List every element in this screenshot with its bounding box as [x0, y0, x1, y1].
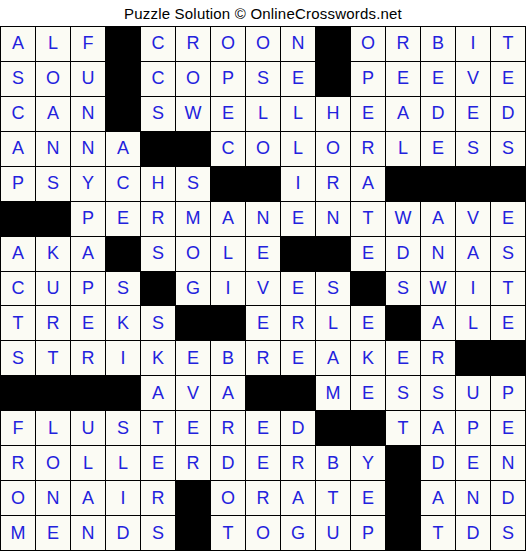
block-cell	[386, 481, 420, 515]
grid-cell: N	[71, 516, 105, 550]
grid-cell: A	[211, 376, 245, 410]
grid-cell: S	[1, 341, 35, 375]
grid-cell: A	[421, 202, 455, 236]
block-cell	[176, 481, 210, 515]
grid-cell: K	[36, 237, 70, 271]
grid-cell: T	[491, 272, 525, 306]
grid-cell: L	[281, 97, 315, 131]
grid-cell: E	[386, 62, 420, 96]
grid-cell: E	[176, 411, 210, 445]
grid-cell: E	[176, 341, 210, 375]
grid-cell: K	[351, 341, 385, 375]
grid-cell: U	[71, 62, 105, 96]
grid-cell: A	[386, 97, 420, 131]
grid-cell: D	[456, 516, 490, 550]
grid-cell: H	[316, 97, 350, 131]
grid-cell: L	[106, 446, 140, 480]
grid-cell: I	[106, 341, 140, 375]
grid-cell: N	[421, 237, 455, 271]
grid-cell: E	[281, 272, 315, 306]
grid-cell: E	[421, 132, 455, 166]
grid-cell: R	[386, 27, 420, 61]
grid-cell: O	[176, 62, 210, 96]
grid-cell: Y	[71, 167, 105, 201]
grid-cell: L	[386, 132, 420, 166]
grid-cell: N	[456, 481, 490, 515]
grid-cell: D	[386, 237, 420, 271]
grid-cell: R	[421, 341, 455, 375]
grid-cell: E	[281, 62, 315, 96]
grid-cell: S	[106, 272, 140, 306]
grid-cell: E	[351, 376, 385, 410]
block-cell	[106, 27, 140, 61]
grid-cell: K	[141, 341, 175, 375]
grid-cell: A	[281, 481, 315, 515]
grid-cell: V	[456, 202, 490, 236]
grid-cell: G	[176, 272, 210, 306]
grid-cell: R	[316, 167, 350, 201]
grid-cell: R	[141, 481, 175, 515]
grid-cell: O	[176, 237, 210, 271]
grid-cell: S	[421, 376, 455, 410]
grid-cell: S	[386, 272, 420, 306]
grid-cell: T	[316, 481, 350, 515]
grid-cell: S	[1, 62, 35, 96]
grid-cell: O	[211, 27, 245, 61]
grid-cell: E	[386, 341, 420, 375]
grid-cell: E	[351, 97, 385, 131]
grid-cell: L	[36, 27, 70, 61]
block-cell	[386, 167, 420, 201]
grid-cell: M	[316, 376, 350, 410]
grid-cell: E	[351, 237, 385, 271]
block-cell	[386, 446, 420, 480]
grid-cell: T	[491, 27, 525, 61]
block-cell	[141, 132, 175, 166]
block-cell	[176, 306, 210, 340]
grid-cell: W	[421, 272, 455, 306]
grid-cell: R	[176, 446, 210, 480]
grid-cell: A	[351, 167, 385, 201]
grid-cell: N	[36, 132, 70, 166]
grid-cell: I	[281, 167, 315, 201]
grid-cell: E	[351, 306, 385, 340]
grid-cell: T	[421, 516, 455, 550]
grid-cell: W	[386, 202, 420, 236]
grid-cell: W	[176, 97, 210, 131]
block-cell	[281, 376, 315, 410]
block-cell	[211, 306, 245, 340]
block-cell	[246, 376, 280, 410]
grid-cell: R	[246, 341, 280, 375]
grid-cell: O	[211, 481, 245, 515]
grid-cell: A	[71, 481, 105, 515]
grid-cell: L	[36, 411, 70, 445]
grid-cell: R	[1, 446, 35, 480]
grid-cell: C	[1, 97, 35, 131]
grid-cell: N	[281, 27, 315, 61]
block-cell	[36, 202, 70, 236]
grid-cell: R	[176, 27, 210, 61]
block-cell	[1, 376, 35, 410]
grid-cell: D	[421, 97, 455, 131]
grid-cell: B	[316, 446, 350, 480]
grid-cell: I	[456, 27, 490, 61]
grid-cell: L	[246, 97, 280, 131]
block-cell	[106, 376, 140, 410]
grid-cell: O	[36, 62, 70, 96]
grid-cell: P	[351, 516, 385, 550]
block-cell	[36, 376, 70, 410]
grid-cell: E	[491, 62, 525, 96]
grid-cell: E	[71, 306, 105, 340]
grid-cell: N	[71, 132, 105, 166]
grid-cell: I	[106, 481, 140, 515]
grid-cell: L	[316, 306, 350, 340]
grid-cell: S	[491, 516, 525, 550]
grid-cell: K	[106, 306, 140, 340]
block-cell	[316, 27, 350, 61]
page-title: Puzzle Solution © OnlineCrosswords.net	[0, 0, 526, 26]
block-cell	[491, 167, 525, 201]
grid-cell: C	[1, 272, 35, 306]
grid-cell: L	[281, 132, 315, 166]
grid-cell: T	[211, 516, 245, 550]
grid-cell: T	[141, 411, 175, 445]
grid-cell: U	[36, 272, 70, 306]
grid-cell: E	[281, 341, 315, 375]
grid-cell: T	[1, 306, 35, 340]
block-cell	[421, 167, 455, 201]
grid-cell: N	[71, 97, 105, 131]
grid-cell: U	[456, 376, 490, 410]
grid-cell: H	[141, 167, 175, 201]
grid-cell: A	[456, 237, 490, 271]
grid-cell: A	[211, 202, 245, 236]
grid-cell: E	[246, 237, 280, 271]
grid-cell: S	[386, 376, 420, 410]
block-cell	[281, 237, 315, 271]
block-cell	[1, 202, 35, 236]
grid-cell: Y	[351, 446, 385, 480]
grid-cell: A	[421, 481, 455, 515]
grid-cell: O	[246, 132, 280, 166]
grid-cell: P	[491, 376, 525, 410]
grid-cell: A	[36, 97, 70, 131]
grid-cell: S	[491, 237, 525, 271]
block-cell	[351, 272, 385, 306]
grid-cell: D	[281, 411, 315, 445]
block-cell	[211, 167, 245, 201]
puzzle-solution-page: Puzzle Solution © OnlineCrosswords.net A…	[0, 0, 526, 551]
grid-cell: S	[491, 132, 525, 166]
grid-cell: A	[106, 132, 140, 166]
grid-cell: D	[106, 516, 140, 550]
grid-cell: S	[176, 167, 210, 201]
crossword-grid: ALFCROONORBITSOUCOPSEPEEVECANSWELLHEADED…	[0, 26, 526, 551]
block-cell	[246, 167, 280, 201]
grid-cell: A	[71, 237, 105, 271]
block-cell	[106, 97, 140, 131]
block-cell	[456, 167, 490, 201]
grid-cell: R	[246, 481, 280, 515]
grid-cell: O	[316, 132, 350, 166]
grid-cell: E	[246, 446, 280, 480]
grid-cell: V	[176, 376, 210, 410]
grid-cell: O	[351, 27, 385, 61]
grid-cell: E	[281, 202, 315, 236]
grid-cell: C	[141, 62, 175, 96]
grid-cell: S	[106, 411, 140, 445]
grid-cell: B	[421, 27, 455, 61]
grid-cell: I	[211, 272, 245, 306]
grid-cell: F	[1, 411, 35, 445]
block-cell	[386, 516, 420, 550]
grid-cell: S	[456, 132, 490, 166]
grid-cell: T	[351, 202, 385, 236]
grid-cell: E	[491, 202, 525, 236]
grid-cell: S	[141, 516, 175, 550]
grid-cell: E	[456, 446, 490, 480]
grid-cell: C	[106, 167, 140, 201]
grid-cell: P	[71, 272, 105, 306]
grid-cell: O	[36, 446, 70, 480]
block-cell	[456, 341, 490, 375]
block-cell	[351, 411, 385, 445]
grid-cell: R	[281, 306, 315, 340]
block-cell	[106, 237, 140, 271]
grid-cell: O	[246, 516, 280, 550]
block-cell	[316, 62, 350, 96]
block-cell	[386, 306, 420, 340]
grid-cell: E	[421, 62, 455, 96]
grid-cell: M	[1, 516, 35, 550]
grid-cell: L	[211, 237, 245, 271]
grid-cell: P	[456, 411, 490, 445]
grid-cell: D	[491, 97, 525, 131]
grid-cell: L	[71, 446, 105, 480]
grid-cell: P	[211, 62, 245, 96]
grid-cell: P	[71, 202, 105, 236]
grid-cell: S	[141, 306, 175, 340]
grid-cell: C	[211, 132, 245, 166]
block-cell	[491, 341, 525, 375]
grid-cell: E	[491, 411, 525, 445]
block-cell	[316, 411, 350, 445]
block-cell	[316, 237, 350, 271]
block-cell	[141, 272, 175, 306]
grid-cell: R	[211, 411, 245, 445]
grid-cell: V	[246, 272, 280, 306]
grid-cell: E	[456, 97, 490, 131]
grid-cell: T	[386, 411, 420, 445]
grid-cell: O	[1, 481, 35, 515]
grid-cell: R	[351, 132, 385, 166]
block-cell	[71, 376, 105, 410]
grid-cell: E	[36, 516, 70, 550]
grid-cell: G	[281, 516, 315, 550]
grid-cell: V	[456, 62, 490, 96]
grid-cell: C	[141, 27, 175, 61]
grid-cell: S	[36, 167, 70, 201]
grid-cell: A	[421, 411, 455, 445]
grid-cell: D	[211, 446, 245, 480]
grid-cell: A	[421, 306, 455, 340]
grid-cell: B	[211, 341, 245, 375]
grid-cell: T	[36, 341, 70, 375]
grid-cell: N	[316, 202, 350, 236]
grid-cell: N	[491, 446, 525, 480]
grid-cell: R	[71, 341, 105, 375]
grid-cell: R	[141, 202, 175, 236]
grid-cell: N	[36, 481, 70, 515]
block-cell	[176, 516, 210, 550]
grid-cell: E	[141, 446, 175, 480]
grid-cell: E	[351, 481, 385, 515]
grid-cell: F	[71, 27, 105, 61]
grid-cell: A	[141, 376, 175, 410]
grid-cell: D	[421, 446, 455, 480]
grid-cell: N	[246, 202, 280, 236]
grid-cell: P	[351, 62, 385, 96]
block-cell	[106, 62, 140, 96]
grid-cell: D	[491, 481, 525, 515]
grid-cell: A	[1, 132, 35, 166]
grid-cell: R	[36, 306, 70, 340]
grid-cell: A	[1, 27, 35, 61]
grid-cell: I	[456, 272, 490, 306]
grid-cell: R	[281, 446, 315, 480]
grid-cell: L	[456, 306, 490, 340]
grid-cell: U	[71, 411, 105, 445]
grid-cell: S	[246, 62, 280, 96]
grid-cell: A	[1, 237, 35, 271]
grid-cell: S	[316, 272, 350, 306]
grid-cell: M	[176, 202, 210, 236]
block-cell	[176, 132, 210, 166]
grid-cell: E	[246, 411, 280, 445]
grid-cell: E	[491, 306, 525, 340]
grid-cell: E	[106, 202, 140, 236]
grid-cell: E	[211, 97, 245, 131]
grid-cell: U	[316, 516, 350, 550]
grid-cell: S	[141, 97, 175, 131]
grid-cell: E	[246, 306, 280, 340]
grid-cell: O	[246, 27, 280, 61]
grid-cell: P	[1, 167, 35, 201]
grid-cell: A	[316, 341, 350, 375]
grid-cell: S	[141, 237, 175, 271]
